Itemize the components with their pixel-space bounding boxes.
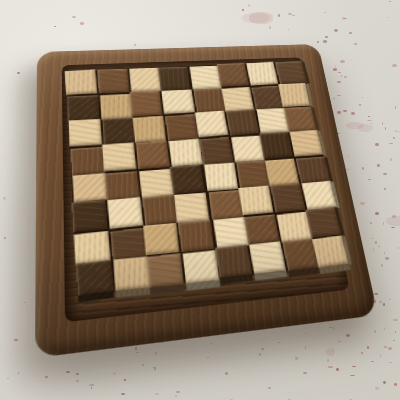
square-f8[interactable] <box>216 63 248 87</box>
square-b1[interactable] <box>114 257 151 291</box>
square-f5[interactable] <box>231 136 265 163</box>
square-d5[interactable] <box>169 139 203 167</box>
square-a3[interactable] <box>72 200 108 232</box>
square-e3[interactable] <box>208 190 243 220</box>
square-d7[interactable] <box>162 89 195 114</box>
square-e1[interactable] <box>215 245 252 278</box>
square-d1[interactable] <box>183 251 220 284</box>
square-h8[interactable] <box>275 61 307 84</box>
square-h7[interactable] <box>278 83 310 107</box>
square-h1[interactable] <box>312 236 349 268</box>
square-h5[interactable] <box>289 130 322 156</box>
square-a5[interactable] <box>71 147 105 176</box>
square-e4[interactable] <box>203 162 237 190</box>
square-b2[interactable] <box>110 228 147 261</box>
square-e6[interactable] <box>194 111 228 137</box>
square-c5[interactable] <box>136 140 170 168</box>
square-f2[interactable] <box>243 214 279 245</box>
square-c1[interactable] <box>147 254 184 288</box>
square-a6[interactable] <box>69 119 102 146</box>
square-d4[interactable] <box>170 164 205 193</box>
square-a7[interactable] <box>67 95 100 121</box>
square-h4[interactable] <box>296 156 330 183</box>
square-c8[interactable] <box>130 68 162 92</box>
square-f3[interactable] <box>238 186 273 215</box>
square-d8[interactable] <box>158 67 190 91</box>
square-e5[interactable] <box>199 137 233 165</box>
chessboard-grid <box>66 61 349 296</box>
square-c4[interactable] <box>139 168 174 198</box>
square-f7[interactable] <box>221 87 254 112</box>
square-b7[interactable] <box>100 94 133 120</box>
square-g8[interactable] <box>246 62 278 85</box>
square-h2[interactable] <box>305 207 341 237</box>
square-c7[interactable] <box>130 90 163 115</box>
square-d3[interactable] <box>175 193 210 223</box>
square-g3[interactable] <box>270 183 305 212</box>
square-h6[interactable] <box>284 107 317 132</box>
square-b3[interactable] <box>107 197 143 228</box>
square-c2[interactable] <box>144 223 180 255</box>
square-g4[interactable] <box>265 158 299 186</box>
square-a4[interactable] <box>72 173 107 203</box>
square-a1[interactable] <box>76 260 114 296</box>
square-g5[interactable] <box>259 132 292 158</box>
square-f1[interactable] <box>249 242 286 275</box>
square-c6[interactable] <box>133 116 167 143</box>
square-b4[interactable] <box>105 170 140 200</box>
square-d2[interactable] <box>179 220 215 252</box>
square-a8[interactable] <box>65 69 98 94</box>
square-b8[interactable] <box>98 69 130 93</box>
square-b5[interactable] <box>102 142 136 170</box>
photo-scene <box>0 0 400 400</box>
square-h3[interactable] <box>302 181 337 210</box>
board-perspective-wrap <box>35 44 378 358</box>
square-e8[interactable] <box>189 66 221 90</box>
square-e7[interactable] <box>193 88 226 113</box>
square-b6[interactable] <box>102 118 135 145</box>
board-frame <box>35 44 378 358</box>
square-d6[interactable] <box>165 114 199 140</box>
square-f6[interactable] <box>225 109 259 135</box>
square-c3[interactable] <box>143 195 179 226</box>
